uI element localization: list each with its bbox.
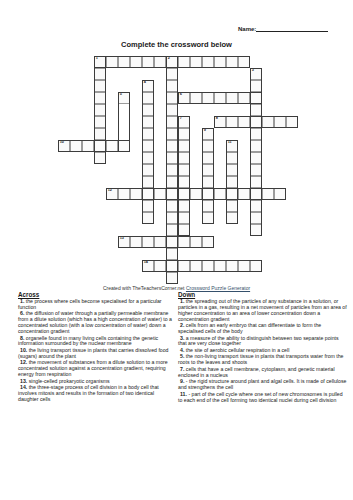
grid-cell[interactable] — [178, 56, 190, 68]
grid-cell[interactable] — [214, 188, 226, 200]
grid-cell[interactable] — [250, 152, 262, 164]
grid-cell[interactable] — [94, 152, 106, 164]
grid-cell[interactable] — [274, 188, 286, 200]
grid-cell[interactable]: 9 — [202, 128, 214, 140]
grid-cell[interactable] — [226, 116, 238, 128]
grid-cell-number: 13 — [120, 237, 124, 241]
grid-cell[interactable] — [214, 92, 226, 104]
grid-cell[interactable] — [142, 152, 154, 164]
grid-cell[interactable] — [178, 200, 190, 212]
grid-cell[interactable] — [178, 260, 190, 272]
grid-cell[interactable] — [250, 176, 262, 188]
grid-cell[interactable] — [166, 188, 178, 200]
grid-cell[interactable] — [202, 260, 214, 272]
grid-cell[interactable]: 1 — [94, 56, 106, 68]
grid-cell[interactable] — [166, 128, 178, 140]
grid-cell[interactable] — [202, 212, 214, 224]
generator-link[interactable]: Crossword Puzzle Generator — [186, 285, 250, 291]
grid-cell[interactable] — [178, 164, 190, 176]
grid-cell[interactable] — [94, 116, 106, 128]
grid-cell[interactable] — [94, 80, 106, 92]
name-row: Name: — [238, 25, 328, 32]
grid-cell[interactable] — [142, 140, 154, 152]
grid-cell-number: 10 — [60, 141, 64, 145]
grid-cell[interactable]: 11 — [226, 140, 238, 152]
grid-cell[interactable] — [190, 236, 202, 248]
clue-1-across: 1. the process where cells become specia… — [18, 299, 175, 311]
grid-cell[interactable] — [178, 188, 190, 200]
grid-cell[interactable] — [118, 188, 130, 200]
grid-cell[interactable] — [226, 92, 238, 104]
grid-cell[interactable] — [226, 152, 238, 164]
grid-cell[interactable] — [166, 224, 178, 236]
grid-cell[interactable] — [166, 104, 178, 116]
grid-cell[interactable] — [250, 224, 262, 236]
clue-5-down: 5. the non-living transport tissue in pl… — [178, 354, 348, 366]
grid-cell-number: 12 — [108, 189, 112, 193]
grid-cell[interactable] — [166, 164, 178, 176]
grid-cell[interactable] — [178, 128, 190, 140]
grid-cell[interactable]: 12 — [106, 188, 118, 200]
worksheet-page: { "header": { "name_label": "Name:", "ti… — [0, 0, 353, 500]
grid-cell[interactable] — [118, 56, 130, 68]
grid-cell[interactable] — [82, 140, 94, 152]
down-clue-list: 1. the spreading out of the particles of… — [178, 299, 348, 404]
grid-cell-number: 2 — [168, 57, 170, 61]
grid-cell[interactable] — [166, 68, 178, 80]
grid-cell[interactable] — [166, 272, 178, 284]
grid-cell-number: 3 — [252, 69, 254, 73]
grid-cell[interactable]: 6 — [178, 92, 190, 104]
grid-cell[interactable] — [238, 188, 250, 200]
grid-cell[interactable]: 10 — [58, 140, 70, 152]
grid-cell[interactable] — [250, 212, 262, 224]
grid-cell[interactable] — [250, 200, 262, 212]
grid-cell[interactable] — [214, 260, 226, 272]
grid-cell[interactable] — [178, 152, 190, 164]
grid-cell[interactable] — [142, 164, 154, 176]
grid-cell[interactable] — [226, 200, 238, 212]
clue-1-down: 1. the spreading out of the particles of… — [178, 299, 348, 323]
grid-cell[interactable] — [226, 176, 238, 188]
grid-cell[interactable] — [166, 92, 178, 104]
grid-cell[interactable] — [214, 56, 226, 68]
grid-cell[interactable] — [166, 152, 178, 164]
grid-cell[interactable] — [142, 212, 154, 224]
clue-11-down: 11. - part of the cell cycle where one s… — [178, 392, 348, 404]
clue-6-across: 6. the diffusion of water through a part… — [18, 311, 175, 335]
grid-cell[interactable] — [226, 188, 238, 200]
grid-cell[interactable] — [190, 260, 202, 272]
grid-cell[interactable] — [178, 176, 190, 188]
grid-cell[interactable] — [250, 128, 262, 140]
grid-cell[interactable] — [166, 212, 178, 224]
clue-12-across: 12. the movement of substances from a di… — [18, 360, 175, 378]
page-title: Complete the crossword below — [0, 40, 353, 49]
clue-2-down: 2. cells from an early embryo that can d… — [178, 323, 348, 335]
grid-cell[interactable] — [202, 188, 214, 200]
grid-cell[interactable] — [94, 104, 106, 116]
grid-cell[interactable]: 3 — [250, 68, 262, 80]
clue-7-down: 7. cells that have a cell membrane, cyto… — [178, 367, 348, 379]
grid-cell[interactable] — [262, 116, 274, 128]
grid-cell[interactable] — [202, 176, 214, 188]
grid-cell[interactable] — [142, 116, 154, 128]
grid-cell[interactable] — [250, 260, 262, 272]
grid-cell[interactable] — [250, 104, 262, 116]
grid-cell[interactable] — [250, 116, 262, 128]
grid-cell[interactable] — [202, 140, 214, 152]
down-clues-section: Down 1. the spreading out of the particl… — [178, 292, 348, 404]
grid-cell[interactable] — [106, 56, 118, 68]
grid-cell[interactable] — [202, 56, 214, 68]
grid-cell[interactable] — [226, 164, 238, 176]
grid-cell-number: 11 — [228, 141, 232, 145]
grid-cell[interactable]: 4 — [142, 80, 154, 92]
grid-cell[interactable] — [142, 236, 154, 248]
clue-3-down: 3. a measure of the ability to distingui… — [178, 336, 348, 348]
grid-cell[interactable] — [142, 56, 154, 68]
grid-cell[interactable] — [142, 200, 154, 212]
grid-cell[interactable] — [166, 260, 178, 272]
grid-cell[interactable] — [202, 200, 214, 212]
grid-cell[interactable] — [238, 260, 250, 272]
grid-cell[interactable] — [154, 236, 166, 248]
grid-cell[interactable] — [226, 260, 238, 272]
clue-8-across: 8. organelle found in many living cells … — [18, 336, 175, 348]
grid-cell[interactable] — [94, 92, 106, 104]
clue-10-across: 10. the living transport tissue in plant… — [18, 348, 175, 360]
grid-cell[interactable] — [238, 56, 250, 68]
footer-credit: Created with TheTeachersCorner.net Cross… — [0, 285, 353, 291]
grid-cell[interactable] — [202, 164, 214, 176]
grid-cell[interactable] — [190, 188, 202, 200]
grid-cell[interactable] — [166, 80, 178, 92]
across-clues-section: Across 1. the process where cells become… — [18, 292, 175, 403]
clue-9-down: 9. - the rigid structure around plant an… — [178, 379, 348, 391]
grid-cell[interactable] — [142, 188, 154, 200]
grid-cell[interactable]: 5 — [118, 92, 130, 104]
grid-cell[interactable] — [154, 188, 166, 200]
grid-cell[interactable] — [94, 68, 106, 80]
credit-text: Created with TheTeachersCorner.net — [103, 285, 185, 291]
grid-cell[interactable] — [94, 128, 106, 140]
grid-cell[interactable] — [130, 236, 142, 248]
grid-cell[interactable] — [178, 212, 190, 224]
grid-cell[interactable] — [238, 116, 250, 128]
clue-14-across: 14. the three-stage process of cell divi… — [18, 385, 175, 403]
grid-cell[interactable] — [70, 140, 82, 152]
grid-cell[interactable] — [250, 164, 262, 176]
grid-cell[interactable] — [250, 92, 262, 104]
grid-cell[interactable] — [190, 92, 202, 104]
grid-cell[interactable] — [286, 116, 298, 128]
grid-cell[interactable] — [202, 152, 214, 164]
name-label: Name: — [238, 26, 256, 32]
grid-cell[interactable] — [130, 56, 142, 68]
grid-cell[interactable] — [166, 176, 178, 188]
grid-cell[interactable] — [106, 140, 118, 152]
grid-cell[interactable] — [154, 260, 166, 272]
grid-cell[interactable] — [178, 224, 190, 236]
grid-cell[interactable] — [202, 92, 214, 104]
grid-cell[interactable] — [190, 56, 202, 68]
grid-cell[interactable]: 2 — [166, 56, 178, 68]
grid-cell[interactable]: 7 — [178, 116, 190, 128]
grid-cell[interactable] — [250, 140, 262, 152]
crossword-grid: 1234567891011121314 — [58, 56, 298, 284]
grid-cell-number: 4 — [144, 81, 146, 85]
grid-cell[interactable]: 13 — [118, 236, 130, 248]
grid-cell[interactable] — [166, 248, 178, 260]
grid-cell[interactable]: 14 — [142, 260, 154, 272]
grid-cell[interactable] — [166, 116, 178, 128]
grid-cell-number: 1 — [96, 57, 98, 61]
grid-cell[interactable] — [226, 56, 238, 68]
grid-cell[interactable] — [250, 80, 262, 92]
grid-cell-number: 9 — [204, 129, 206, 133]
grid-cell[interactable] — [166, 140, 178, 152]
grid-cell[interactable] — [202, 236, 214, 248]
grid-cell[interactable] — [130, 188, 142, 200]
grid-cell[interactable] — [274, 116, 286, 128]
grid-cell[interactable] — [142, 128, 154, 140]
grid-cell-number: 6 — [180, 93, 182, 97]
grid-cell[interactable] — [178, 236, 190, 248]
grid-cell[interactable] — [250, 188, 262, 200]
name-blank-line[interactable] — [256, 25, 328, 32]
grid-cell[interactable]: 8 — [214, 116, 226, 128]
grid-cell[interactable] — [118, 140, 130, 152]
grid-cell[interactable] — [166, 200, 178, 212]
across-clue-list: 1. the process where cells become specia… — [18, 299, 175, 403]
grid-cell-number: 14 — [144, 261, 148, 265]
grid-cell-number: 7 — [180, 117, 182, 121]
grid-cell[interactable] — [178, 140, 190, 152]
grid-cell[interactable] — [226, 212, 238, 224]
grid-cell[interactable] — [238, 92, 250, 104]
grid-cell[interactable] — [142, 92, 154, 104]
grid-cell[interactable] — [154, 56, 166, 68]
grid-cell[interactable] — [262, 188, 274, 200]
grid-cell[interactable] — [94, 140, 106, 152]
grid-cell[interactable] — [142, 104, 154, 116]
grid-cell[interactable] — [166, 236, 178, 248]
grid-cell-number: 5 — [120, 93, 122, 97]
grid-cell[interactable] — [142, 176, 154, 188]
grid-cell-number: 8 — [216, 117, 218, 121]
